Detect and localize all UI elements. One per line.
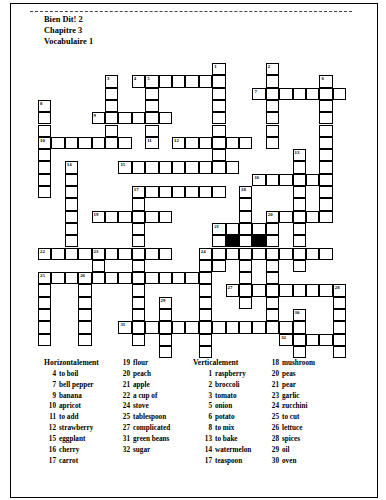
grid-cell[interactable] [65, 137, 78, 149]
grid-cell[interactable] [212, 125, 225, 137]
grid-cell[interactable] [306, 334, 319, 346]
grid-cell[interactable] [239, 248, 252, 260]
grid-cell[interactable] [199, 309, 212, 321]
grid-cell[interactable] [212, 186, 225, 198]
grid-cell[interactable] [38, 125, 51, 137]
clue-text: to mix [215, 424, 234, 432]
grid-cell[interactable] [65, 198, 78, 210]
grid-cell[interactable] [199, 161, 212, 173]
grid-cell-number: 15 [120, 162, 125, 167]
grid-cell[interactable] [38, 161, 51, 173]
grid-cell[interactable] [293, 223, 306, 235]
clue-text: potato [215, 413, 235, 421]
grid-cell[interactable]: 3 [105, 75, 118, 87]
grid-cell[interactable]: 31 [118, 321, 131, 333]
grid-cell[interactable] [306, 174, 319, 186]
grid-cell[interactable] [145, 112, 158, 124]
grid-cell[interactable]: 2 [266, 63, 279, 75]
clue-item: 21apple [117, 380, 170, 391]
grid-cell[interactable]: 12 [172, 137, 185, 149]
grid-cell[interactable] [78, 248, 91, 260]
grid-cell[interactable] [38, 309, 51, 321]
grid-cell[interactable] [212, 149, 225, 161]
grid-cell[interactable] [266, 309, 279, 321]
clue-text: mushroom [282, 359, 315, 367]
grid-cell[interactable] [38, 149, 51, 161]
clue-number: 1 [191, 369, 212, 380]
grid-cell[interactable] [266, 321, 279, 333]
grid-cell[interactable] [145, 125, 158, 137]
grid-cell[interactable] [226, 161, 239, 173]
grid-cell[interactable] [239, 272, 252, 284]
grid-cell[interactable] [266, 297, 279, 309]
clue-item: 4to boil [42, 369, 99, 380]
grid-cell[interactable]: 13 [293, 149, 306, 161]
grid-cell[interactable] [212, 100, 225, 112]
clue-item: 32sugar [117, 445, 170, 456]
grid-cell[interactable] [306, 284, 319, 296]
grid-cell[interactable]: 7 [252, 88, 265, 100]
grid-cell[interactable] [293, 284, 306, 296]
grid-cell[interactable] [306, 211, 319, 223]
grid-cell[interactable]: 25 [38, 272, 51, 284]
clue-number: 21 [117, 380, 130, 391]
grid-cell[interactable]: 14 [65, 161, 78, 173]
grid-cell[interactable] [226, 137, 239, 149]
grid-cell[interactable]: 16 [252, 174, 265, 186]
grid-cell[interactable] [212, 137, 225, 149]
grid-cell[interactable] [65, 174, 78, 186]
grid-cell[interactable] [279, 284, 292, 296]
grid-cell[interactable] [38, 186, 51, 198]
clue-number: 12 [42, 423, 56, 434]
clue-number: 14 [191, 445, 212, 456]
grid-cell[interactable] [92, 260, 105, 272]
clue-item: 31green beans [117, 434, 170, 445]
grid-cell[interactable]: 23 [92, 248, 105, 260]
grid-cell[interactable] [105, 125, 118, 137]
grid-cell[interactable] [319, 100, 332, 112]
grid-cell[interactable] [319, 334, 332, 346]
grid-cell[interactable] [212, 161, 225, 173]
grid-cell[interactable] [172, 186, 185, 198]
grid-cell[interactable]: 15 [118, 161, 131, 173]
blocked-cell [252, 235, 265, 247]
grid-cell[interactable] [132, 223, 145, 235]
grid-cell[interactable] [172, 272, 185, 284]
grid-cell[interactable] [92, 137, 105, 149]
grid-cell-number: 22 [40, 249, 45, 254]
clue-item: 3tomato [191, 391, 251, 402]
grid-cell[interactable] [185, 272, 198, 284]
grid-cell[interactable] [199, 186, 212, 198]
grid-cell[interactable] [319, 284, 332, 296]
grid-cell[interactable] [145, 100, 158, 112]
grid-cell[interactable] [185, 75, 198, 87]
grid-cell[interactable] [266, 260, 279, 272]
grid-cell[interactable] [226, 321, 239, 333]
grid-cell[interactable]: 30 [293, 309, 306, 321]
grid-cell[interactable] [145, 321, 158, 333]
grid-cell-number: 17 [134, 187, 139, 192]
grid-cell[interactable]: 28 [333, 284, 346, 296]
grid-cell[interactable] [293, 186, 306, 198]
grid-cell[interactable] [199, 260, 212, 272]
grid-cell[interactable] [279, 248, 292, 260]
grid-cell[interactable] [132, 309, 145, 321]
title-chapter: Chapitre 3 [44, 26, 93, 37]
grid-cell[interactable] [38, 321, 51, 333]
grid-cell[interactable] [105, 112, 118, 124]
grid-cell[interactable] [199, 137, 212, 149]
grid-cell[interactable] [212, 112, 225, 124]
grid-cell[interactable] [65, 235, 78, 247]
grid-cell[interactable] [65, 272, 78, 284]
grid-cell[interactable]: 24 [199, 248, 212, 260]
grid-cell[interactable] [333, 309, 346, 321]
grid-cell[interactable] [279, 211, 292, 223]
grid-cell[interactable] [239, 223, 252, 235]
grid-cell[interactable] [306, 88, 319, 100]
grid-cell[interactable] [199, 346, 212, 358]
grid-cell[interactable]: 11 [145, 137, 158, 149]
clue-number: 23 [266, 391, 279, 402]
clue-text: lettuce [282, 424, 302, 432]
grid-cell[interactable] [132, 260, 145, 272]
grid-cell[interactable] [239, 198, 252, 210]
grid-cell[interactable] [319, 112, 332, 124]
grid-cell[interactable] [199, 272, 212, 284]
grid-cell[interactable] [199, 75, 212, 87]
grid-cell[interactable] [159, 186, 172, 198]
grid-cell[interactable] [266, 112, 279, 124]
grid-cell-number: 2 [268, 64, 270, 69]
grid-cell[interactable] [78, 137, 91, 149]
grid-cell[interactable] [199, 334, 212, 346]
clue-item: 30oven [266, 456, 315, 467]
grid-cell[interactable] [319, 186, 332, 198]
grid-cell[interactable] [105, 248, 118, 260]
grid-cell[interactable] [199, 321, 212, 333]
grid-cell[interactable] [252, 223, 265, 235]
grid-cell[interactable] [319, 174, 332, 186]
grid-cell[interactable] [252, 284, 265, 296]
clue-text: pear [282, 381, 296, 389]
grid-cell[interactable] [185, 321, 198, 333]
grid-cell[interactable] [132, 211, 145, 223]
grid-cell[interactable]: 22 [38, 248, 51, 260]
grid-cell[interactable] [65, 248, 78, 260]
grid-cell[interactable] [319, 248, 332, 260]
grid-cell[interactable] [333, 88, 346, 100]
grid-cell[interactable] [239, 297, 252, 309]
grid-cell[interactable] [38, 112, 51, 124]
grid-cell[interactable] [145, 272, 158, 284]
worksheet-page: Bien Dit! 2 Chapitre 3 Vocabulaire 1 123… [0, 0, 386, 500]
grid-cell[interactable] [78, 309, 91, 321]
grid-cell[interactable] [172, 321, 185, 333]
grid-cell[interactable] [266, 223, 279, 235]
clue-item: 13to bake [191, 434, 251, 445]
grid-cell[interactable] [293, 346, 306, 358]
clue-text: garlic [282, 392, 300, 400]
grid-cell[interactable] [132, 284, 145, 296]
grid-cell[interactable]: 26 [78, 272, 91, 284]
grid-cell[interactable] [38, 284, 51, 296]
grid-cell[interactable]: 29 [159, 297, 172, 309]
grid-cell-number: 24 [201, 249, 206, 254]
grid-cell[interactable] [118, 272, 131, 284]
grid-cell[interactable] [319, 149, 332, 161]
grid-cell[interactable] [266, 100, 279, 112]
grid-cell[interactable] [212, 260, 225, 272]
grid-cell[interactable] [239, 137, 252, 149]
grid-cell[interactable]: 27 [226, 284, 239, 296]
grid-cell[interactable] [38, 334, 51, 346]
grid-cell[interactable] [266, 235, 279, 247]
grid-cell[interactable] [159, 248, 172, 260]
grid-cell[interactable] [266, 125, 279, 137]
grid-cell[interactable] [145, 88, 158, 100]
grid-cell[interactable] [239, 235, 252, 247]
grid-cell[interactable]: 21 [212, 223, 225, 235]
grid-cell-number: 4 [134, 76, 136, 81]
grid-cell[interactable] [92, 272, 105, 284]
grid-cell[interactable] [319, 137, 332, 149]
grid-cell[interactable] [185, 161, 198, 173]
grid-cell[interactable] [319, 198, 332, 210]
clue-item: 11to add [42, 412, 99, 423]
grid-cell[interactable] [279, 174, 292, 186]
clue-item: 14watermelon [191, 445, 251, 456]
grid-cell[interactable]: 32 [279, 334, 292, 346]
clue-text: spices [282, 435, 300, 443]
grid-cell[interactable] [293, 235, 306, 247]
grid-cell[interactable] [78, 297, 91, 309]
clue-number: 6 [191, 412, 212, 423]
grid-cell[interactable] [132, 297, 145, 309]
clue-number: 11 [42, 412, 56, 423]
grid-cell[interactable] [132, 248, 145, 260]
clue-text: zucchini [282, 402, 308, 410]
clue-item: 19flour [117, 358, 170, 369]
clue-text: tablespoon [133, 413, 166, 421]
clue-number: 24 [266, 401, 279, 412]
grid-cell[interactable] [212, 248, 225, 260]
grid-cell-number: 23 [94, 249, 99, 254]
grid-cell[interactable] [239, 321, 252, 333]
grid-cell[interactable] [333, 334, 346, 346]
grid-cell[interactable] [78, 284, 91, 296]
grid-cell[interactable] [51, 137, 64, 149]
grid-cell[interactable]: 6 [319, 75, 332, 87]
grid-cell[interactable] [293, 321, 306, 333]
grid-cell[interactable] [293, 248, 306, 260]
grid-cell[interactable] [132, 161, 145, 173]
grid-cell[interactable] [266, 284, 279, 296]
clue-number: 24 [117, 401, 130, 412]
grid-cell[interactable] [199, 284, 212, 296]
clue-number: 18 [266, 358, 279, 369]
grid-cell[interactable] [159, 321, 172, 333]
grid-cell[interactable] [266, 137, 279, 149]
clue-text: apple [133, 381, 150, 389]
clue-number: 25 [117, 412, 130, 423]
grid-cell[interactable] [266, 272, 279, 284]
clue-number: 7 [42, 380, 56, 391]
clue-text: banana [59, 392, 82, 400]
grid-cell[interactable] [293, 334, 306, 346]
grid-cell[interactable] [212, 75, 225, 87]
grid-cell[interactable] [159, 112, 172, 124]
grid-cell[interactable] [78, 321, 91, 333]
grid-cell[interactable] [38, 174, 51, 186]
grid-cell[interactable] [105, 100, 118, 112]
clue-item: 20peach [117, 369, 170, 380]
grid-cell[interactable] [105, 137, 118, 149]
grid-cell[interactable] [333, 297, 346, 309]
grid-cell-number: 9 [94, 113, 96, 118]
clue-text: peach [133, 370, 151, 378]
grid-cell[interactable] [65, 223, 78, 235]
grid-cell[interactable] [38, 297, 51, 309]
grid-cell[interactable] [266, 88, 279, 100]
grid-cell-number: 6 [321, 76, 323, 81]
grid-cell[interactable] [118, 211, 131, 223]
clue-number: 9 [42, 391, 56, 402]
grid-cell[interactable] [239, 284, 252, 296]
clue-number: 3 [191, 391, 212, 402]
grid-cell[interactable] [159, 211, 172, 223]
grid-cell[interactable] [132, 235, 145, 247]
clue-number: 21 [266, 380, 279, 391]
grid-cell[interactable] [132, 198, 145, 210]
grid-cell[interactable] [145, 248, 158, 260]
grid-cell[interactable] [132, 334, 145, 346]
grid-cell[interactable]: 1 [212, 63, 225, 75]
grid-cell[interactable] [65, 186, 78, 198]
clue-item: 26lettuce [266, 423, 315, 434]
grid-cell[interactable] [132, 272, 145, 284]
grid-cell[interactable] [51, 272, 64, 284]
grid-cell[interactable] [132, 321, 145, 333]
grid-cell[interactable]: 8 [38, 100, 51, 112]
grid-cell[interactable]: 20 [266, 211, 279, 223]
grid-cell[interactable] [159, 334, 172, 346]
grid-cell[interactable] [132, 112, 145, 124]
grid-cell[interactable] [226, 223, 239, 235]
clue-number: 29 [266, 445, 279, 456]
grid-cell[interactable] [65, 211, 78, 223]
grid-cell[interactable] [212, 235, 225, 247]
grid-cell[interactable] [145, 211, 158, 223]
clue-number: 27 [117, 423, 130, 434]
grid-cell[interactable] [105, 211, 118, 223]
grid-cell[interactable] [319, 88, 332, 100]
grid-cell[interactable] [105, 272, 118, 284]
grid-cell[interactable] [159, 272, 172, 284]
grid-cell[interactable] [293, 198, 306, 210]
grid-cell[interactable] [212, 321, 225, 333]
grid-cell[interactable] [319, 211, 332, 223]
grid-cell[interactable] [145, 161, 158, 173]
grid-cell[interactable] [252, 248, 265, 260]
clue-number: 16 [42, 445, 56, 456]
grid-cell[interactable] [293, 211, 306, 223]
grid-cell[interactable] [172, 75, 185, 87]
grid-cell[interactable] [118, 248, 131, 260]
clue-item: 2broccoli [191, 380, 251, 391]
grid-cell[interactable] [239, 211, 252, 223]
grid-cell[interactable] [333, 346, 346, 358]
grid-cell[interactable] [145, 186, 158, 198]
grid-cell[interactable]: 10 [38, 137, 51, 149]
grid-cell[interactable] [185, 137, 198, 149]
grid-cell[interactable] [252, 321, 265, 333]
grid-cell[interactable]: 5 [145, 75, 158, 87]
grid-cell[interactable] [226, 248, 239, 260]
grid-cell[interactable] [118, 137, 131, 149]
grid-cell[interactable] [199, 297, 212, 309]
grid-cell-number: 14 [67, 162, 72, 167]
grid-cell-number: 19 [94, 212, 99, 217]
grid-cell[interactable] [266, 75, 279, 87]
grid-cell-number: 11 [147, 138, 152, 143]
grid-cell[interactable] [159, 346, 172, 358]
grid-cell[interactable]: 17 [132, 186, 145, 198]
clue-number: 15 [42, 434, 56, 445]
grid-cell[interactable] [185, 186, 198, 198]
clue-text: stove [133, 402, 149, 410]
grid-cell[interactable] [78, 334, 91, 346]
clue-item: 18mushroom [266, 358, 315, 369]
grid-cell[interactable] [293, 161, 306, 173]
grid-cell[interactable] [159, 161, 172, 173]
grid-cell-number: 18 [241, 187, 246, 192]
grid-cell[interactable] [293, 174, 306, 186]
grid-cell[interactable] [118, 112, 131, 124]
grid-cell[interactable] [159, 75, 172, 87]
grid-cell[interactable] [212, 88, 225, 100]
grid-cell[interactable] [266, 174, 279, 186]
grid-cell[interactable]: 9 [92, 112, 105, 124]
clue-text: to boil [59, 370, 78, 378]
clue-number: 13 [191, 434, 212, 445]
grid-cell[interactable]: 18 [239, 186, 252, 198]
grid-cell[interactable] [266, 248, 279, 260]
grid-cell[interactable] [333, 321, 346, 333]
clue-item: 21pear [266, 380, 315, 391]
grid-cell[interactable] [239, 260, 252, 272]
grid-cell[interactable]: 19 [92, 211, 105, 223]
grid-cell[interactable] [293, 88, 306, 100]
grid-cell[interactable] [172, 161, 185, 173]
grid-cell-number: 5 [147, 76, 149, 81]
grid-cell[interactable] [319, 161, 332, 173]
grid-cell[interactable] [319, 125, 332, 137]
grid-cell[interactable]: 4 [132, 75, 145, 87]
grid-cell[interactable] [279, 88, 292, 100]
grid-cell[interactable] [159, 309, 172, 321]
grid-cell[interactable] [105, 88, 118, 100]
grid-cell[interactable] [51, 248, 64, 260]
grid-cell[interactable] [306, 248, 319, 260]
clue-item: 10apricot [42, 401, 99, 412]
clue-text: oven [282, 457, 296, 465]
grid-cell[interactable] [293, 260, 306, 272]
grid-cell[interactable] [279, 321, 292, 333]
clue-item: 16cherry [42, 445, 99, 456]
